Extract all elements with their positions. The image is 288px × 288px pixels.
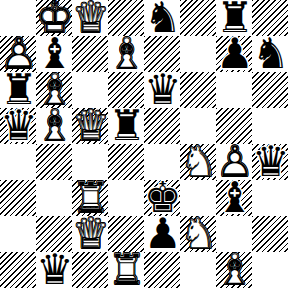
white-knight-body: ♞ <box>180 144 216 180</box>
square-h1[interactable] <box>252 252 288 288</box>
black-bishop-body: ♝ <box>36 36 72 72</box>
square-e8[interactable]: ♞ <box>144 0 180 36</box>
square-b3[interactable] <box>36 180 72 216</box>
white-knight[interactable]: ♞♘ <box>180 144 216 180</box>
white-queen-body: ♛ <box>72 108 108 144</box>
white-knight[interactable]: ♞♘ <box>180 216 216 252</box>
black-knight-body: ♞ <box>144 0 180 36</box>
black-bishop-body: ♝ <box>216 180 252 216</box>
white-bishop[interactable]: ♝♗ <box>216 252 252 288</box>
white-bishop-body: ♝ <box>36 108 72 144</box>
white-pawn-body: ♟ <box>0 36 36 72</box>
black-king-body: ♚ <box>144 180 180 216</box>
square-b4[interactable] <box>36 144 72 180</box>
black-bishop[interactable]: ♝ <box>216 180 252 216</box>
square-b1[interactable]: ♛ <box>36 252 72 288</box>
square-g2[interactable] <box>216 216 252 252</box>
black-pawn[interactable]: ♟ <box>216 36 252 72</box>
black-queen-body: ♛ <box>144 72 180 108</box>
square-h4[interactable]: ♛ <box>252 144 288 180</box>
white-pawn[interactable]: ♟♙ <box>0 36 36 72</box>
white-pawn-body: ♟ <box>216 144 252 180</box>
white-rook-outline: ♖ <box>72 180 108 216</box>
white-queen[interactable]: ♛♕ <box>72 0 108 36</box>
square-d6[interactable] <box>108 72 144 108</box>
square-b5[interactable]: ♝♗ <box>36 108 72 144</box>
square-d5[interactable]: ♜ <box>108 108 144 144</box>
square-g1[interactable]: ♝♗ <box>216 252 252 288</box>
white-knight-body: ♞ <box>180 216 216 252</box>
black-pawn-body: ♟ <box>144 216 180 252</box>
square-b2[interactable] <box>36 216 72 252</box>
black-queen[interactable]: ♛ <box>144 72 180 108</box>
square-a3[interactable] <box>0 180 36 216</box>
white-queen[interactable]: ♛♕ <box>72 216 108 252</box>
square-e5[interactable] <box>144 108 180 144</box>
black-queen[interactable]: ♛ <box>0 108 36 144</box>
white-rook-body: ♜ <box>72 180 108 216</box>
square-c2[interactable]: ♛♕ <box>72 216 108 252</box>
black-rook[interactable]: ♜ <box>108 108 144 144</box>
square-c5[interactable]: ♛♕ <box>72 108 108 144</box>
white-queen-outline: ♕ <box>72 216 108 252</box>
chess-board: ♚♔♛♕♞♜♟♙♝♝♗♟♞♜♝♗♛♛♝♗♛♕♜♞♘♟♙♛♜♖♚♝♛♕♟♞♘♛♜♖… <box>0 0 288 288</box>
white-bishop-body: ♝ <box>108 36 144 72</box>
black-bishop[interactable]: ♝ <box>36 36 72 72</box>
square-e7[interactable] <box>144 36 180 72</box>
white-pawn-outline: ♙ <box>0 36 36 72</box>
square-e3[interactable]: ♚ <box>144 180 180 216</box>
square-a1[interactable] <box>0 252 36 288</box>
white-rook-outline: ♖ <box>108 252 144 288</box>
white-queen-outline: ♕ <box>72 108 108 144</box>
black-knight[interactable]: ♞ <box>144 0 180 36</box>
square-g5[interactable] <box>216 108 252 144</box>
square-b6[interactable]: ♝♗ <box>36 72 72 108</box>
black-queen[interactable]: ♛ <box>252 144 288 180</box>
square-b7[interactable]: ♝ <box>36 36 72 72</box>
square-e6[interactable]: ♛ <box>144 72 180 108</box>
white-bishop-outline: ♗ <box>36 108 72 144</box>
white-pawn[interactable]: ♟♙ <box>216 144 252 180</box>
black-rook-body: ♜ <box>108 108 144 144</box>
white-queen-body: ♛ <box>72 216 108 252</box>
square-f1[interactable] <box>180 252 216 288</box>
square-c8[interactable]: ♛♕ <box>72 0 108 36</box>
square-g8[interactable]: ♜ <box>216 0 252 36</box>
square-g7[interactable]: ♟ <box>216 36 252 72</box>
black-rook-body: ♜ <box>216 0 252 36</box>
square-c7[interactable] <box>72 36 108 72</box>
white-bishop-outline: ♗ <box>216 252 252 288</box>
black-pawn[interactable]: ♟ <box>144 216 180 252</box>
square-f3[interactable] <box>180 180 216 216</box>
white-bishop[interactable]: ♝♗ <box>108 36 144 72</box>
square-a2[interactable] <box>0 216 36 252</box>
square-d1[interactable]: ♜♖ <box>108 252 144 288</box>
square-h5[interactable] <box>252 108 288 144</box>
black-pawn-body: ♟ <box>216 36 252 72</box>
square-d3[interactable] <box>108 180 144 216</box>
square-f4[interactable]: ♞♘ <box>180 144 216 180</box>
black-queen[interactable]: ♛ <box>36 252 72 288</box>
black-rook[interactable]: ♜ <box>0 72 36 108</box>
white-queen[interactable]: ♛♕ <box>72 108 108 144</box>
black-queen-body: ♛ <box>36 252 72 288</box>
square-f6[interactable] <box>180 72 216 108</box>
white-rook[interactable]: ♜♖ <box>72 180 108 216</box>
white-king[interactable]: ♚♔ <box>36 0 72 36</box>
white-knight-outline: ♘ <box>180 144 216 180</box>
square-d8[interactable] <box>108 0 144 36</box>
black-knight[interactable]: ♞ <box>252 36 288 72</box>
square-c3[interactable]: ♜♖ <box>72 180 108 216</box>
white-rook-body: ♜ <box>108 252 144 288</box>
square-c6[interactable] <box>72 72 108 108</box>
white-bishop-outline: ♗ <box>108 36 144 72</box>
square-e1[interactable] <box>144 252 180 288</box>
square-g3[interactable]: ♝ <box>216 180 252 216</box>
square-f8[interactable] <box>180 0 216 36</box>
square-a4[interactable] <box>0 144 36 180</box>
square-f2[interactable]: ♞♘ <box>180 216 216 252</box>
black-king[interactable]: ♚ <box>144 180 180 216</box>
white-queen-outline: ♕ <box>72 0 108 36</box>
square-a6[interactable]: ♜ <box>0 72 36 108</box>
white-bishop-outline: ♗ <box>36 72 72 108</box>
square-h2[interactable] <box>252 216 288 252</box>
square-h7[interactable]: ♞ <box>252 36 288 72</box>
square-c4[interactable] <box>72 144 108 180</box>
black-rook-body: ♜ <box>0 72 36 108</box>
black-knight-body: ♞ <box>252 36 288 72</box>
square-g6[interactable] <box>216 72 252 108</box>
square-a8[interactable] <box>0 0 36 36</box>
black-queen-body: ♛ <box>252 144 288 180</box>
white-queen-body: ♛ <box>72 0 108 36</box>
square-g4[interactable]: ♟♙ <box>216 144 252 180</box>
black-rook[interactable]: ♜ <box>216 0 252 36</box>
square-e4[interactable] <box>144 144 180 180</box>
white-bishop[interactable]: ♝♗ <box>36 108 72 144</box>
white-pawn-outline: ♙ <box>216 144 252 180</box>
white-king-outline: ♔ <box>36 0 72 36</box>
white-knight-outline: ♘ <box>180 216 216 252</box>
black-queen-body: ♛ <box>0 108 36 144</box>
square-a5[interactable]: ♛ <box>0 108 36 144</box>
white-bishop-body: ♝ <box>36 72 72 108</box>
square-d4[interactable] <box>108 144 144 180</box>
white-bishop-body: ♝ <box>216 252 252 288</box>
square-c1[interactable] <box>72 252 108 288</box>
white-bishop[interactable]: ♝♗ <box>36 72 72 108</box>
square-d7[interactable]: ♝♗ <box>108 36 144 72</box>
square-f7[interactable] <box>180 36 216 72</box>
square-a7[interactable]: ♟♙ <box>0 36 36 72</box>
white-king-body: ♚ <box>36 0 72 36</box>
square-e2[interactable]: ♟ <box>144 216 180 252</box>
square-h8[interactable] <box>252 0 288 36</box>
square-d2[interactable] <box>108 216 144 252</box>
square-b8[interactable]: ♚♔ <box>36 0 72 36</box>
square-f5[interactable] <box>180 108 216 144</box>
white-rook[interactable]: ♜♖ <box>108 252 144 288</box>
square-h3[interactable] <box>252 180 288 216</box>
square-h6[interactable] <box>252 72 288 108</box>
